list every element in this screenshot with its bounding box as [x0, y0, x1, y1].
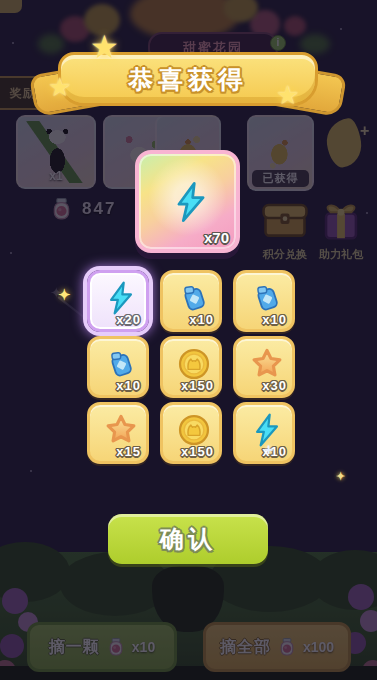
reward-count: x150 — [181, 444, 214, 459]
reward-count: x15 — [116, 444, 141, 459]
cat-coin-icon — [176, 412, 212, 448]
reward-cell-star[interactable]: x30 — [233, 336, 295, 398]
star-icon — [103, 412, 139, 448]
cat-coin-icon — [176, 346, 212, 382]
reward-count: x20 — [116, 312, 141, 327]
confirm-button[interactable]: 确认 — [108, 514, 268, 564]
reward-cell-star[interactable]: x15 — [87, 402, 149, 464]
banner-star-icon: ★ — [48, 72, 71, 103]
reward-popup: 恭喜获得 ★ ★ ★ x70 x20 x10 x10 — [0, 0, 377, 680]
lightning-icon — [169, 175, 213, 229]
reward-cell-pack[interactable]: x10 — [233, 270, 295, 332]
congrats-banner: 恭喜获得 ★ ★ ★ — [34, 52, 342, 118]
card-pack-icon — [103, 346, 139, 382]
reward-cell-pack[interactable]: x10 — [160, 270, 222, 332]
reward-cell-coin[interactable]: x150 — [160, 336, 222, 398]
plus-sparkle-icon: + — [264, 441, 273, 459]
reward-cell-coin[interactable]: x150 — [160, 402, 222, 464]
reward-cell-pack[interactable]: x10 — [87, 336, 149, 398]
card-pack-icon — [249, 280, 285, 316]
card-pack-icon — [176, 280, 212, 316]
star-icon — [249, 346, 285, 382]
game-screen: 甜蜜花园 i 奖励 x1 已获得 + 847 积 — [0, 0, 377, 680]
reward-count: x30 — [262, 378, 287, 393]
banner-star-icon: ★ — [90, 28, 119, 66]
reward-count: x10 — [116, 378, 141, 393]
reward-count: x10 — [189, 312, 214, 327]
reward-count: x10 — [262, 312, 287, 327]
featured-reward-count: x70 — [204, 229, 229, 246]
reward-cell-lightning[interactable]: x20 — [87, 270, 149, 332]
lightning-icon — [103, 280, 139, 316]
sparkle-icon: ✦ — [336, 470, 345, 483]
reward-count: x150 — [181, 378, 214, 393]
featured-reward-card[interactable]: x70 — [135, 150, 240, 253]
banner-star-icon: ★ — [276, 80, 299, 111]
sparkle-icon: ✦ — [58, 286, 71, 304]
reward-grid: x20 x10 x10 x10 x150 x30 — [87, 270, 295, 464]
